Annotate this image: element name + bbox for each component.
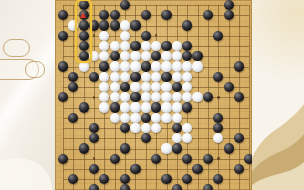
stone-black[interactable]	[203, 184, 213, 190]
cloud-decoration-icon	[25, 61, 45, 78]
stone-black[interactable]	[203, 10, 213, 20]
stone-white[interactable]	[213, 133, 223, 143]
star-point	[93, 96, 96, 99]
stone-black[interactable]	[234, 61, 244, 71]
stone-black[interactable]	[120, 184, 130, 190]
stone-white[interactable]	[192, 61, 202, 71]
grid-line	[229, 5, 230, 190]
stone-black[interactable]	[68, 72, 78, 82]
stone-black[interactable]	[234, 133, 244, 143]
stone-black[interactable]	[141, 10, 151, 20]
stone-white[interactable]	[99, 92, 109, 102]
stone-white[interactable]	[130, 113, 140, 123]
stone-white[interactable]	[151, 61, 161, 71]
stone-black[interactable]	[141, 31, 151, 41]
stone-white[interactable]	[141, 92, 151, 102]
stone-black[interactable]	[203, 92, 213, 102]
stone-black[interactable]	[58, 61, 68, 71]
stone-white[interactable]	[141, 41, 151, 51]
stone-black[interactable]	[151, 154, 161, 164]
stone-white[interactable]	[182, 82, 192, 92]
stone-white[interactable]	[172, 102, 182, 112]
stone-black[interactable]	[120, 174, 130, 184]
stone-white[interactable]	[151, 92, 161, 102]
stone-white[interactable]	[99, 82, 109, 92]
dune-wave-decoration	[252, 90, 304, 190]
stone-white[interactable]	[120, 102, 130, 112]
stone-white[interactable]	[141, 123, 151, 133]
stone-black[interactable]	[58, 92, 68, 102]
corner-glow-decoration	[0, 158, 52, 190]
stone-white[interactable]	[151, 41, 161, 51]
stone-white[interactable]	[151, 72, 161, 82]
stone-white[interactable]	[120, 51, 130, 61]
stone-black[interactable]	[192, 51, 202, 61]
stone-white[interactable]	[120, 20, 130, 30]
stone-black[interactable]	[224, 10, 234, 20]
stone-black[interactable]	[89, 133, 99, 143]
stone-black[interactable]	[89, 164, 99, 174]
stone-black[interactable]	[58, 10, 68, 20]
stone-black[interactable]	[182, 154, 192, 164]
stone-black[interactable]	[110, 51, 120, 61]
cloud-decoration-icon	[3, 39, 30, 57]
stone-black[interactable]	[213, 113, 223, 123]
stone-white[interactable]	[99, 51, 109, 61]
stone-black[interactable]	[213, 123, 223, 133]
left-decoration-panel	[0, 0, 55, 190]
stone-white[interactable]	[161, 61, 171, 71]
stone-white[interactable]	[141, 102, 151, 112]
app-background	[0, 0, 304, 190]
stone-white[interactable]	[130, 82, 140, 92]
stone-black[interactable]	[244, 154, 252, 164]
stone-black[interactable]	[58, 31, 68, 41]
stone-black[interactable]	[234, 164, 244, 174]
stone-black[interactable]	[182, 102, 192, 112]
stone-black[interactable]	[182, 51, 192, 61]
stone-white[interactable]	[172, 113, 182, 123]
stone-white[interactable]	[151, 123, 161, 133]
stone-white[interactable]	[120, 92, 130, 102]
stone-white[interactable]	[161, 92, 171, 102]
stone-white[interactable]	[161, 51, 171, 61]
stone-black[interactable]	[161, 72, 171, 82]
stone-black[interactable]	[99, 61, 109, 71]
stone-black[interactable]	[130, 164, 140, 174]
stone-black[interactable]	[151, 51, 161, 61]
stone-white[interactable]	[99, 72, 109, 82]
stone-white[interactable]	[120, 61, 130, 71]
stone-white[interactable]	[79, 61, 89, 71]
highlight-box	[75, 0, 92, 63]
stone-black[interactable]	[213, 72, 223, 82]
star-point	[217, 96, 220, 99]
stone-black[interactable]	[161, 10, 171, 20]
stone-black[interactable]	[110, 102, 120, 112]
stone-white[interactable]	[182, 123, 192, 133]
stone-white[interactable]	[110, 92, 120, 102]
stone-black[interactable]	[110, 154, 120, 164]
stone-black[interactable]	[224, 0, 234, 10]
stone-white[interactable]	[182, 61, 192, 71]
stone-white[interactable]	[110, 113, 120, 123]
stone-black[interactable]	[79, 102, 89, 112]
stone-black[interactable]	[120, 82, 130, 92]
stone-black[interactable]	[182, 20, 192, 30]
stone-white[interactable]	[141, 82, 151, 92]
stone-white[interactable]	[99, 41, 109, 51]
stone-white[interactable]	[120, 31, 130, 41]
stone-black[interactable]	[224, 82, 234, 92]
stone-black[interactable]	[172, 82, 182, 92]
stone-white[interactable]	[130, 102, 140, 112]
stone-black[interactable]	[99, 174, 109, 184]
stone-white[interactable]	[161, 82, 171, 92]
stone-white[interactable]	[172, 61, 182, 71]
stone-white[interactable]	[110, 61, 120, 71]
go-board[interactable]	[55, 0, 252, 190]
last-move-marker-icon	[80, 12, 86, 18]
stone-white[interactable]	[120, 113, 130, 123]
stone-white[interactable]	[172, 72, 182, 82]
stone-black[interactable]	[110, 10, 120, 20]
stone-black[interactable]	[99, 20, 109, 30]
stone-white[interactable]	[172, 51, 182, 61]
stone-white[interactable]	[161, 113, 171, 123]
stone-black[interactable]	[120, 123, 130, 133]
stone-white[interactable]	[182, 133, 192, 143]
stone-white[interactable]	[182, 72, 192, 82]
stone-black[interactable]	[141, 61, 151, 71]
star-point	[217, 157, 220, 160]
stone-black[interactable]	[58, 154, 68, 164]
stone-black[interactable]	[182, 174, 192, 184]
stone-black[interactable]	[89, 72, 99, 82]
stone-black[interactable]	[120, 0, 130, 10]
stone-black[interactable]	[182, 41, 192, 51]
stone-white[interactable]	[141, 51, 151, 61]
stone-black[interactable]	[130, 92, 140, 102]
stone-white[interactable]	[192, 92, 202, 102]
stone-white[interactable]	[99, 102, 109, 112]
stone-white[interactable]	[130, 61, 140, 71]
stone-black[interactable]	[151, 102, 161, 112]
stone-black[interactable]	[130, 72, 140, 82]
stone-black[interactable]	[172, 184, 182, 190]
stone-black[interactable]	[172, 123, 182, 133]
stone-black[interactable]	[213, 174, 223, 184]
stone-black[interactable]	[79, 143, 89, 153]
stone-white[interactable]	[99, 31, 109, 41]
stone-white[interactable]	[172, 92, 182, 102]
stone-black[interactable]	[130, 41, 140, 51]
stone-black[interactable]	[89, 123, 99, 133]
grid-line	[63, 149, 249, 150]
stone-white[interactable]	[151, 113, 161, 123]
stone-white[interactable]	[120, 72, 130, 82]
stone-black[interactable]	[89, 184, 99, 190]
stone-black[interactable]	[120, 143, 130, 153]
stone-black[interactable]	[68, 174, 78, 184]
stone-black[interactable]	[68, 82, 78, 92]
stone-white[interactable]	[172, 133, 182, 143]
right-decoration-panel	[252, 0, 304, 190]
stone-white[interactable]	[110, 82, 120, 92]
stone-black[interactable]	[161, 174, 171, 184]
stone-black[interactable]	[234, 92, 244, 102]
stone-black[interactable]	[141, 113, 151, 123]
stone-black[interactable]	[224, 143, 234, 153]
stone-black[interactable]	[99, 10, 109, 20]
stone-white[interactable]	[172, 41, 182, 51]
stone-black[interactable]	[130, 20, 140, 30]
stone-black[interactable]	[141, 133, 151, 143]
stone-black[interactable]	[172, 143, 182, 153]
stone-white[interactable]	[120, 41, 130, 51]
stone-black[interactable]	[203, 154, 213, 164]
stone-black[interactable]	[192, 164, 202, 174]
stone-white[interactable]	[182, 92, 192, 102]
stone-black[interactable]	[110, 20, 120, 30]
stone-white[interactable]	[141, 72, 151, 82]
stone-white[interactable]	[110, 72, 120, 82]
stone-black[interactable]	[213, 31, 223, 41]
stone-white[interactable]	[151, 82, 161, 92]
stone-white[interactable]	[110, 41, 120, 51]
stone-black[interactable]	[68, 113, 78, 123]
stone-white[interactable]	[161, 143, 171, 153]
stone-white[interactable]	[130, 123, 140, 133]
stone-white[interactable]	[161, 102, 171, 112]
stone-white[interactable]	[130, 51, 140, 61]
stone-black[interactable]	[161, 41, 171, 51]
